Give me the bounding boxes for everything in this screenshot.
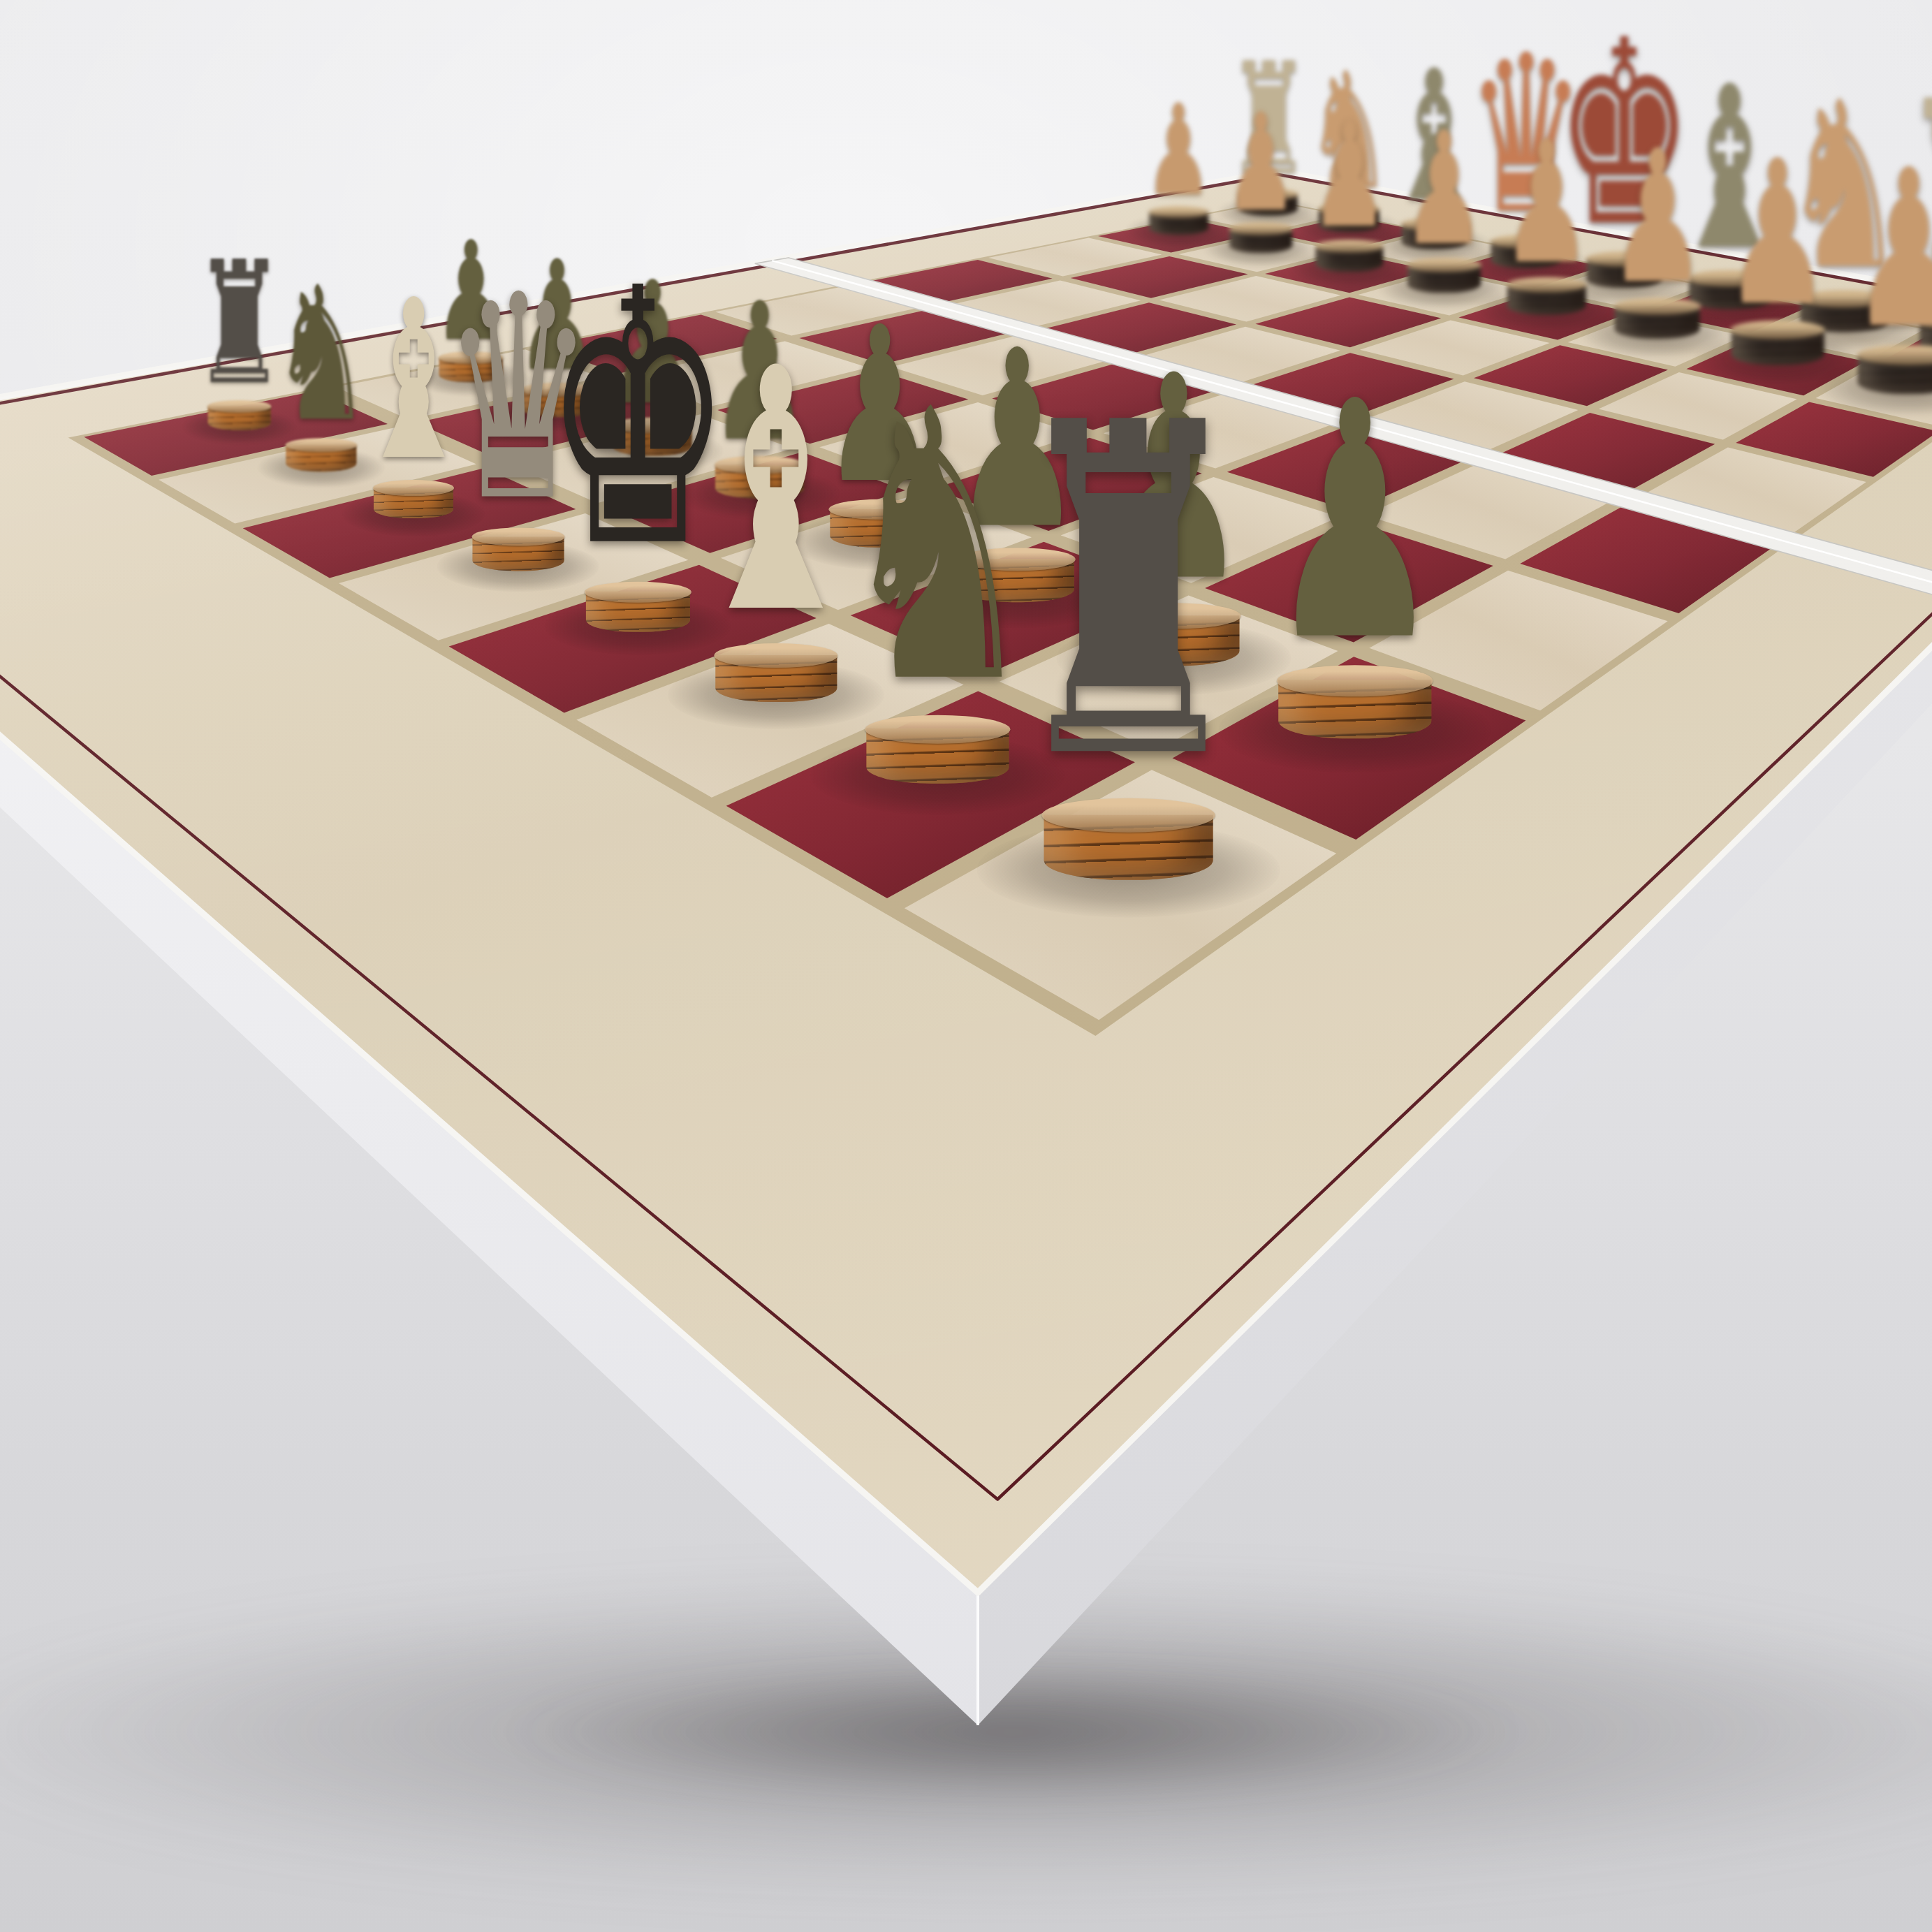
- chess-piece-glyph-pawn: ♟: [1267, 360, 1443, 687]
- scene: ♜♞♝♛♚♝♞♜♟♟♟♟♟♟♟♟♟♟♟♟♟♟♟♟♜♞♝♛♚♝♞♜: [0, 0, 1932, 1932]
- chess-piece-glyph-pawn: ♟: [1850, 141, 1932, 358]
- pieces-layer: ♜♞♝♛♚♝♞♜♟♟♟♟♟♟♟♟♟♟♟♟♟♟♟♟♜♞♝♛♚♝♞♜: [0, 0, 1932, 1932]
- black-rook-h8: ♜: [964, 358, 1293, 879]
- white-pawn-h2: ♟: [1810, 138, 1932, 394]
- chess-piece-glyph-rook: ♜: [1006, 365, 1251, 821]
